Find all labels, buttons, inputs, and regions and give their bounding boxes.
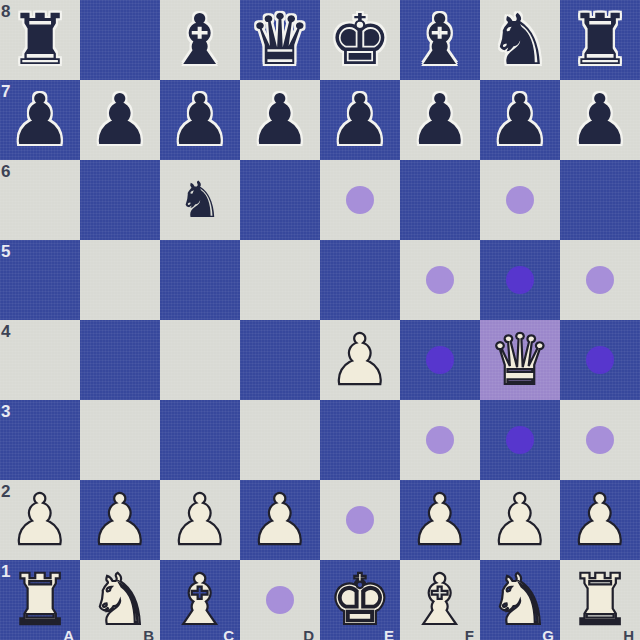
square-h5[interactable] <box>560 240 640 320</box>
square-e5[interactable] <box>320 240 400 320</box>
square-g3[interactable] <box>480 400 560 480</box>
file-label-f: F <box>465 627 474 640</box>
square-a1[interactable]: 1A♜ <box>0 560 80 640</box>
square-g2[interactable]: ♟ <box>480 480 560 560</box>
square-e3[interactable] <box>320 400 400 480</box>
square-f4[interactable] <box>400 320 480 400</box>
square-e1[interactable]: E♚ <box>320 560 400 640</box>
legal-move-dot-h3[interactable] <box>586 426 614 454</box>
square-h1[interactable]: H♜ <box>560 560 640 640</box>
white-queen[interactable]: ♛ <box>480 320 560 400</box>
square-d6[interactable] <box>240 160 320 240</box>
rank-label-4: 4 <box>1 322 10 342</box>
square-a2[interactable]: 2♟ <box>0 480 80 560</box>
rank-label-8: 8 <box>1 2 10 22</box>
square-b3[interactable] <box>80 400 160 480</box>
square-f5[interactable] <box>400 240 480 320</box>
white-pawn[interactable]: ♟ <box>480 480 560 560</box>
square-a8[interactable]: 8♜ <box>0 0 80 80</box>
legal-move-dot-g5[interactable] <box>506 266 534 294</box>
square-d2[interactable]: ♟ <box>240 480 320 560</box>
square-h8[interactable]: ♜ <box>560 0 640 80</box>
square-d7[interactable]: ♟ <box>240 80 320 160</box>
square-c4[interactable] <box>160 320 240 400</box>
square-f7[interactable]: ♟ <box>400 80 480 160</box>
square-f6[interactable] <box>400 160 480 240</box>
square-b6[interactable] <box>80 160 160 240</box>
legal-move-dot-f5[interactable] <box>426 266 454 294</box>
square-g6[interactable] <box>480 160 560 240</box>
square-a5[interactable]: 5 <box>0 240 80 320</box>
square-c5[interactable] <box>160 240 240 320</box>
black-queen[interactable]: ♛ <box>240 0 320 80</box>
square-g1[interactable]: G♞ <box>480 560 560 640</box>
file-label-e: E <box>384 627 394 640</box>
legal-move-dot-d1[interactable] <box>266 586 294 614</box>
square-h2[interactable]: ♟ <box>560 480 640 560</box>
legal-move-dot-f3[interactable] <box>426 426 454 454</box>
square-b8[interactable] <box>80 0 160 80</box>
square-h7[interactable]: ♟ <box>560 80 640 160</box>
white-pawn[interactable]: ♟ <box>560 480 640 560</box>
black-rook[interactable]: ♜ <box>560 0 640 80</box>
black-pawn[interactable]: ♟ <box>560 80 640 160</box>
square-e6[interactable] <box>320 160 400 240</box>
square-f8[interactable]: ♝ <box>400 0 480 80</box>
square-h3[interactable] <box>560 400 640 480</box>
black-bishop[interactable]: ♝ <box>400 0 480 80</box>
square-b4[interactable] <box>80 320 160 400</box>
legal-move-dot-e2[interactable] <box>346 506 374 534</box>
black-pawn[interactable]: ♟ <box>160 80 240 160</box>
square-d4[interactable] <box>240 320 320 400</box>
white-pawn[interactable]: ♟ <box>320 320 400 400</box>
black-knight[interactable]: ♞ <box>160 160 240 240</box>
square-e4[interactable]: ♟ <box>320 320 400 400</box>
square-c3[interactable] <box>160 400 240 480</box>
square-c2[interactable]: ♟ <box>160 480 240 560</box>
chess-board: 8♜♝♛♚♝♞♜7♟♟♟♟♟♟♟♟6♞54♟♛32♟♟♟♟♟♟♟1A♜B♞C♝D… <box>0 0 640 640</box>
black-king[interactable]: ♚ <box>320 0 400 80</box>
file-label-h: H <box>623 627 634 640</box>
square-d3[interactable] <box>240 400 320 480</box>
square-e7[interactable]: ♟ <box>320 80 400 160</box>
square-a4[interactable]: 4 <box>0 320 80 400</box>
square-d5[interactable] <box>240 240 320 320</box>
rank-label-7: 7 <box>1 82 10 102</box>
file-label-b: B <box>143 627 154 640</box>
black-bishop[interactable]: ♝ <box>160 0 240 80</box>
square-a3[interactable]: 3 <box>0 400 80 480</box>
legal-move-dot-g6[interactable] <box>506 186 534 214</box>
square-c6[interactable]: ♞ <box>160 160 240 240</box>
file-label-a: A <box>63 627 74 640</box>
square-f2[interactable]: ♟ <box>400 480 480 560</box>
file-label-d: D <box>303 627 314 640</box>
square-b1[interactable]: B♞ <box>80 560 160 640</box>
square-g5[interactable] <box>480 240 560 320</box>
white-pawn[interactable]: ♟ <box>160 480 240 560</box>
black-pawn[interactable]: ♟ <box>0 80 80 160</box>
file-label-c: C <box>223 627 234 640</box>
rank-label-3: 3 <box>1 402 10 422</box>
square-e8[interactable]: ♚ <box>320 0 400 80</box>
square-b2[interactable]: ♟ <box>80 480 160 560</box>
square-g7[interactable]: ♟ <box>480 80 560 160</box>
black-knight[interactable]: ♞ <box>480 0 560 80</box>
rank-label-2: 2 <box>1 482 10 502</box>
square-a7[interactable]: 7♟ <box>0 80 80 160</box>
square-d1[interactable]: D <box>240 560 320 640</box>
square-c1[interactable]: C♝ <box>160 560 240 640</box>
square-b7[interactable]: ♟ <box>80 80 160 160</box>
black-pawn[interactable]: ♟ <box>80 80 160 160</box>
square-e2[interactable] <box>320 480 400 560</box>
white-pawn[interactable]: ♟ <box>240 480 320 560</box>
legal-move-dot-h4[interactable] <box>586 346 614 374</box>
rank-label-6: 6 <box>1 162 10 182</box>
square-f1[interactable]: F♝ <box>400 560 480 640</box>
rank-label-5: 5 <box>1 242 10 262</box>
white-pawn[interactable]: ♟ <box>0 480 80 560</box>
square-b5[interactable] <box>80 240 160 320</box>
square-a6[interactable]: 6 <box>0 160 80 240</box>
black-pawn[interactable]: ♟ <box>480 80 560 160</box>
square-c8[interactable]: ♝ <box>160 0 240 80</box>
white-pawn[interactable]: ♟ <box>400 480 480 560</box>
square-g8[interactable]: ♞ <box>480 0 560 80</box>
black-rook[interactable]: ♜ <box>0 0 80 80</box>
black-pawn[interactable]: ♟ <box>400 80 480 160</box>
white-pawn[interactable]: ♟ <box>80 480 160 560</box>
square-h6[interactable] <box>560 160 640 240</box>
square-h4[interactable] <box>560 320 640 400</box>
legal-move-dot-f4[interactable] <box>426 346 454 374</box>
legal-move-dot-e6[interactable] <box>346 186 374 214</box>
square-f3[interactable] <box>400 400 480 480</box>
legal-move-dot-h5[interactable] <box>586 266 614 294</box>
rank-label-1: 1 <box>1 562 10 582</box>
black-pawn[interactable]: ♟ <box>320 80 400 160</box>
square-c7[interactable]: ♟ <box>160 80 240 160</box>
square-d8[interactable]: ♛ <box>240 0 320 80</box>
square-g4[interactable]: ♛ <box>480 320 560 400</box>
file-label-g: G <box>542 627 554 640</box>
legal-move-dot-g3[interactable] <box>506 426 534 454</box>
black-pawn[interactable]: ♟ <box>240 80 320 160</box>
